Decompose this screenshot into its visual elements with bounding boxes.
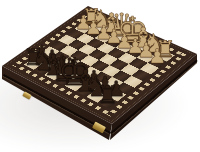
chess-set-photo: ♜♞♝♛♚♝♞♜♟♟♟♟♟♟♟♟♟♟♟♟♟♟♟♟♜♞♝♛♚♝♞♜ [0, 0, 200, 152]
